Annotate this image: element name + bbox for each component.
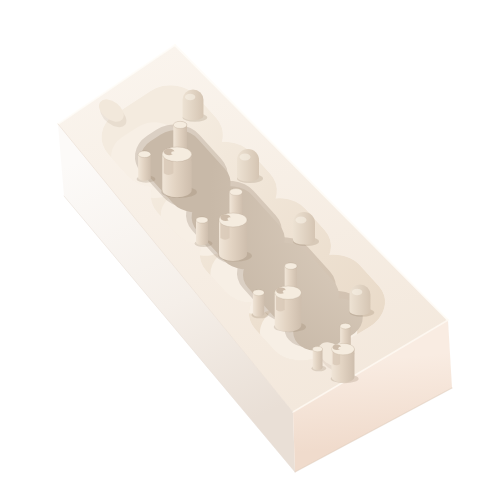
c-shaped-peg (218, 213, 252, 262)
product-image (0, 0, 500, 500)
c-shaped-peg (274, 286, 306, 332)
dome-highlight (240, 154, 251, 161)
product-photo (0, 0, 500, 500)
c-shaped-peg (331, 343, 359, 383)
dome-highlight (296, 217, 307, 224)
c-shaped-peg (161, 147, 197, 198)
dome-highlight (352, 289, 362, 296)
dome-highlight (185, 94, 195, 101)
